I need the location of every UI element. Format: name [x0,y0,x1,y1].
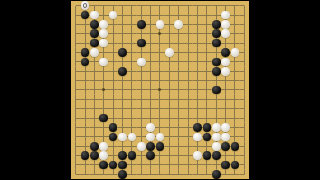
intersection[interactable] [118,160,127,169]
intersection[interactable] [212,123,221,132]
intersection[interactable] [165,113,174,122]
intersection[interactable] [127,160,136,169]
intersection[interactable] [71,48,80,57]
intersection[interactable] [202,76,211,85]
intersection[interactable] [193,57,202,66]
intersection[interactable] [99,142,108,151]
intersection[interactable] [99,38,108,47]
intersection[interactable] [99,85,108,94]
intersection[interactable] [127,20,136,29]
intersection[interactable] [165,104,174,113]
intersection[interactable] [193,76,202,85]
intersection[interactable] [80,29,89,38]
intersection[interactable] [240,20,249,29]
intersection[interactable] [90,67,99,76]
intersection[interactable] [137,38,146,47]
intersection[interactable] [230,104,239,113]
intersection[interactable] [137,85,146,94]
intersection[interactable] [80,170,89,179]
intersection[interactable] [127,95,136,104]
intersection[interactable] [221,151,230,160]
intersection[interactable] [221,160,230,169]
intersection[interactable] [118,29,127,38]
intersection[interactable] [183,132,192,141]
intersection[interactable] [108,95,117,104]
intersection[interactable] [99,113,108,122]
intersection[interactable] [127,132,136,141]
intersection[interactable] [108,160,117,169]
intersection[interactable] [212,1,221,10]
intersection[interactable] [240,48,249,57]
intersection[interactable] [183,1,192,10]
intersection[interactable] [137,170,146,179]
intersection[interactable] [71,104,80,113]
intersection[interactable] [174,29,183,38]
intersection[interactable] [99,10,108,19]
intersection[interactable] [174,38,183,47]
intersection[interactable] [108,20,117,29]
intersection[interactable] [165,76,174,85]
intersection[interactable] [212,38,221,47]
intersection[interactable] [240,123,249,132]
intersection[interactable] [212,170,221,179]
intersection[interactable] [240,160,249,169]
intersection[interactable] [71,95,80,104]
intersection[interactable] [174,85,183,94]
intersection[interactable] [146,123,155,132]
intersection[interactable] [90,151,99,160]
intersection[interactable] [230,142,239,151]
intersection[interactable] [137,20,146,29]
intersection[interactable] [90,57,99,66]
intersection[interactable] [202,38,211,47]
intersection[interactable] [174,170,183,179]
intersection[interactable] [230,76,239,85]
intersection[interactable] [80,48,89,57]
intersection[interactable] [202,67,211,76]
intersection[interactable] [71,170,80,179]
intersection[interactable] [155,160,164,169]
intersection[interactable] [99,104,108,113]
intersection[interactable] [146,85,155,94]
intersection[interactable] [99,48,108,57]
intersection[interactable] [127,10,136,19]
intersection[interactable] [202,132,211,141]
intersection[interactable] [183,85,192,94]
intersection[interactable] [108,1,117,10]
intersection[interactable] [221,29,230,38]
intersection[interactable] [183,29,192,38]
intersection[interactable] [146,1,155,10]
intersection[interactable] [146,142,155,151]
intersection[interactable] [118,132,127,141]
intersection[interactable] [127,67,136,76]
intersection[interactable] [221,142,230,151]
intersection[interactable] [108,151,117,160]
intersection[interactable] [155,113,164,122]
intersection[interactable] [108,132,117,141]
intersection[interactable] [90,132,99,141]
intersection[interactable] [108,57,117,66]
intersection[interactable] [183,95,192,104]
intersection[interactable] [165,170,174,179]
intersection[interactable] [127,170,136,179]
intersection[interactable] [230,123,239,132]
intersection[interactable] [99,132,108,141]
intersection[interactable] [71,160,80,169]
intersection[interactable] [137,95,146,104]
intersection[interactable] [212,67,221,76]
intersection[interactable] [146,95,155,104]
intersection[interactable] [137,48,146,57]
intersection[interactable] [240,170,249,179]
intersection[interactable] [118,38,127,47]
intersection[interactable] [155,67,164,76]
intersection[interactable] [118,20,127,29]
intersection[interactable] [118,76,127,85]
intersection[interactable] [174,160,183,169]
intersection[interactable] [183,160,192,169]
intersection[interactable] [202,123,211,132]
intersection[interactable] [230,38,239,47]
intersection[interactable] [80,142,89,151]
intersection[interactable] [90,38,99,47]
intersection[interactable] [165,132,174,141]
intersection[interactable] [118,151,127,160]
intersection[interactable] [240,85,249,94]
intersection[interactable] [155,20,164,29]
intersection[interactable] [99,123,108,132]
intersection[interactable] [193,151,202,160]
intersection[interactable] [137,132,146,141]
intersection[interactable] [240,67,249,76]
intersection[interactable] [193,95,202,104]
intersection[interactable] [90,20,99,29]
intersection[interactable] [90,113,99,122]
intersection[interactable] [137,10,146,19]
intersection[interactable] [90,1,99,10]
intersection[interactable] [99,20,108,29]
intersection[interactable] [137,123,146,132]
intersection[interactable] [212,142,221,151]
intersection[interactable] [183,113,192,122]
intersection[interactable] [221,95,230,104]
intersection[interactable] [165,142,174,151]
intersection[interactable] [127,57,136,66]
intersection[interactable] [212,151,221,160]
intersection[interactable] [108,29,117,38]
intersection[interactable] [90,123,99,132]
intersection[interactable] [230,151,239,160]
intersection[interactable] [202,142,211,151]
intersection[interactable] [80,113,89,122]
intersection[interactable] [183,48,192,57]
intersection[interactable] [212,57,221,66]
intersection[interactable] [108,76,117,85]
intersection[interactable] [108,113,117,122]
intersection[interactable] [90,142,99,151]
intersection[interactable] [71,10,80,19]
intersection[interactable] [127,29,136,38]
intersection[interactable] [221,113,230,122]
intersection[interactable] [221,132,230,141]
intersection[interactable] [99,67,108,76]
intersection[interactable] [90,48,99,57]
intersection[interactable] [221,85,230,94]
intersection[interactable] [230,95,239,104]
intersection[interactable] [240,29,249,38]
intersection[interactable] [174,10,183,19]
intersection[interactable] [80,151,89,160]
intersection[interactable] [193,142,202,151]
intersection[interactable] [230,113,239,122]
intersection[interactable] [71,142,80,151]
intersection[interactable] [71,113,80,122]
intersection[interactable] [99,151,108,160]
intersection[interactable] [118,67,127,76]
intersection[interactable] [165,67,174,76]
intersection[interactable] [174,48,183,57]
intersection[interactable] [230,20,239,29]
intersection[interactable] [118,57,127,66]
intersection[interactable] [80,132,89,141]
intersection[interactable] [71,29,80,38]
intersection[interactable] [146,57,155,66]
intersection[interactable] [155,48,164,57]
intersection[interactable] [155,57,164,66]
intersection[interactable] [137,76,146,85]
intersection[interactable] [108,142,117,151]
intersection[interactable] [193,48,202,57]
intersection[interactable] [230,67,239,76]
intersection[interactable] [183,57,192,66]
intersection[interactable] [155,29,164,38]
intersection[interactable] [127,142,136,151]
intersection[interactable] [155,151,164,160]
intersection[interactable] [118,142,127,151]
intersection[interactable] [146,38,155,47]
intersection[interactable] [193,85,202,94]
intersection[interactable] [240,1,249,10]
intersection[interactable] [71,38,80,47]
intersection[interactable] [212,113,221,122]
intersection[interactable] [127,76,136,85]
intersection[interactable] [183,76,192,85]
intersection[interactable] [71,123,80,132]
intersection[interactable] [183,20,192,29]
intersection[interactable] [202,104,211,113]
intersection[interactable] [146,132,155,141]
intersection[interactable] [240,76,249,85]
intersection[interactable] [174,142,183,151]
intersection[interactable] [230,10,239,19]
intersection[interactable] [99,170,108,179]
intersection[interactable] [80,95,89,104]
intersection[interactable] [193,20,202,29]
intersection[interactable] [108,85,117,94]
intersection[interactable] [193,132,202,141]
intersection[interactable] [183,10,192,19]
intersection[interactable] [165,29,174,38]
intersection[interactable] [90,10,99,19]
intersection[interactable] [90,29,99,38]
intersection[interactable] [193,29,202,38]
intersection[interactable] [165,57,174,66]
intersection[interactable] [212,132,221,141]
intersection[interactable] [146,160,155,169]
intersection[interactable] [212,76,221,85]
intersection[interactable] [165,48,174,57]
intersection[interactable] [193,123,202,132]
intersection[interactable] [137,160,146,169]
intersection[interactable] [71,76,80,85]
intersection[interactable] [240,10,249,19]
intersection[interactable] [118,123,127,132]
intersection[interactable] [118,95,127,104]
intersection[interactable] [165,123,174,132]
intersection[interactable] [165,20,174,29]
intersection[interactable] [71,85,80,94]
intersection[interactable] [183,142,192,151]
intersection[interactable] [99,29,108,38]
intersection[interactable] [118,48,127,57]
intersection[interactable] [155,95,164,104]
intersection[interactable] [80,38,89,47]
intersection[interactable] [137,67,146,76]
intersection[interactable] [230,1,239,10]
intersection[interactable] [221,48,230,57]
intersection[interactable] [202,85,211,94]
intersection[interactable] [137,29,146,38]
intersection[interactable] [221,1,230,10]
intersection[interactable] [174,20,183,29]
intersection[interactable] [230,85,239,94]
intersection[interactable] [240,38,249,47]
intersection[interactable] [202,1,211,10]
intersection[interactable] [202,113,211,122]
intersection[interactable] [146,170,155,179]
intersection[interactable] [183,170,192,179]
intersection[interactable] [212,104,221,113]
intersection[interactable] [202,151,211,160]
intersection[interactable] [146,48,155,57]
intersection[interactable] [118,104,127,113]
intersection[interactable] [71,67,80,76]
intersection[interactable] [108,123,117,132]
intersection[interactable] [127,1,136,10]
intersection[interactable] [240,57,249,66]
intersection[interactable] [127,113,136,122]
intersection[interactable] [221,123,230,132]
intersection[interactable] [80,85,89,94]
intersection[interactable] [155,38,164,47]
intersection[interactable] [221,104,230,113]
intersection[interactable] [240,142,249,151]
intersection[interactable] [202,20,211,29]
intersection[interactable] [80,123,89,132]
intersection[interactable] [108,67,117,76]
intersection[interactable] [174,151,183,160]
intersection[interactable] [108,170,117,179]
intersection[interactable] [221,67,230,76]
intersection[interactable] [155,1,164,10]
intersection[interactable] [165,10,174,19]
intersection[interactable] [202,57,211,66]
intersection[interactable] [174,1,183,10]
intersection[interactable] [118,10,127,19]
intersection[interactable] [137,142,146,151]
intersection[interactable] [193,1,202,10]
intersection[interactable] [221,20,230,29]
intersection[interactable] [183,104,192,113]
intersection[interactable] [80,104,89,113]
intersection[interactable] [137,57,146,66]
intersection[interactable] [174,95,183,104]
intersection[interactable] [165,38,174,47]
intersection[interactable] [202,170,211,179]
intersection[interactable] [155,142,164,151]
intersection[interactable] [127,151,136,160]
intersection[interactable] [71,132,80,141]
intersection[interactable] [127,48,136,57]
intersection[interactable] [71,57,80,66]
intersection[interactable] [165,95,174,104]
intersection[interactable] [108,38,117,47]
intersection[interactable] [193,10,202,19]
intersection[interactable] [108,48,117,57]
intersection[interactable] [71,20,80,29]
intersection[interactable] [165,1,174,10]
intersection[interactable] [71,151,80,160]
intersection[interactable] [127,85,136,94]
intersection[interactable] [212,10,221,19]
intersection[interactable] [174,123,183,132]
intersection[interactable] [221,57,230,66]
intersection[interactable] [165,85,174,94]
intersection[interactable] [193,38,202,47]
intersection[interactable] [240,95,249,104]
intersection[interactable] [174,104,183,113]
intersection[interactable] [127,38,136,47]
intersection[interactable] [212,29,221,38]
intersection[interactable] [90,104,99,113]
intersection[interactable] [212,20,221,29]
intersection[interactable] [202,160,211,169]
intersection[interactable] [99,160,108,169]
intersection[interactable] [174,57,183,66]
intersection[interactable] [127,104,136,113]
intersection[interactable] [137,1,146,10]
intersection[interactable] [240,132,249,141]
intersection[interactable] [230,29,239,38]
intersection[interactable] [146,151,155,160]
intersection[interactable] [183,123,192,132]
intersection[interactable] [212,95,221,104]
intersection[interactable] [221,76,230,85]
intersection[interactable] [80,10,89,19]
intersection[interactable] [99,95,108,104]
intersection[interactable] [90,95,99,104]
intersection[interactable] [155,132,164,141]
intersection[interactable] [221,10,230,19]
intersection[interactable] [137,151,146,160]
intersection[interactable] [155,104,164,113]
intersection[interactable] [165,160,174,169]
intersection[interactable] [108,104,117,113]
intersection[interactable] [99,76,108,85]
intersection[interactable] [90,76,99,85]
intersection[interactable] [193,104,202,113]
